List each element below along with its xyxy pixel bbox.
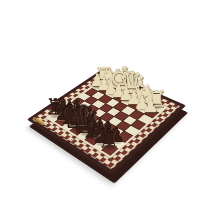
- chess-set-product-photo: ♜♞♝♚♛♝♞♜♟♟♟♟♟♟♟♟♟♟♟♟♟♟♟♟♜♞♝♚♛♝♞♜: [0, 0, 200, 200]
- clasp-hook: [35, 117, 45, 125]
- board-scene: ♜♞♝♚♛♝♞♜♟♟♟♟♟♟♟♟♟♟♟♟♟♟♟♟♜♞♝♚♛♝♞♜: [0, 0, 200, 200]
- chess-board: [26, 69, 185, 175]
